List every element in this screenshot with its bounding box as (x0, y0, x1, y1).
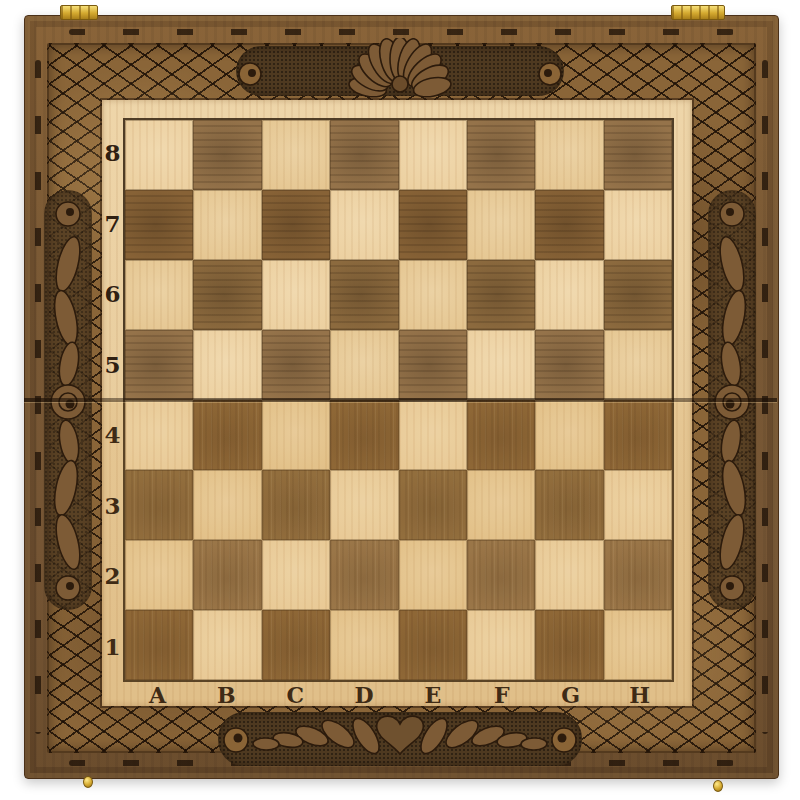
file-label-g: G (536, 683, 605, 707)
rank-label-7: 7 (102, 189, 123, 260)
square-d6[interactable] (330, 260, 398, 330)
rank-label-6: 6 (102, 259, 123, 330)
square-e5[interactable] (399, 330, 467, 400)
square-g1[interactable] (535, 610, 603, 680)
rank-label-5: 5 (102, 330, 123, 401)
square-a1[interactable] (125, 610, 193, 680)
square-e3[interactable] (399, 470, 467, 540)
border-dash-motif-top (69, 29, 734, 35)
square-a6[interactable] (125, 260, 193, 330)
square-a3[interactable] (125, 470, 193, 540)
square-f5[interactable] (467, 330, 535, 400)
square-f6[interactable] (467, 260, 535, 330)
square-g2[interactable] (535, 540, 603, 610)
square-h1[interactable] (604, 610, 672, 680)
file-label-c: C (261, 683, 330, 707)
square-d5[interactable] (330, 330, 398, 400)
square-e8[interactable] (399, 120, 467, 190)
square-a8[interactable] (125, 120, 193, 190)
chess-board: 87654321 ABCDEFGH (102, 100, 692, 706)
square-h7[interactable] (604, 190, 672, 260)
brass-foot-left (83, 776, 93, 788)
border-dash-motif-left (35, 60, 41, 734)
square-e4[interactable] (399, 400, 467, 470)
square-b3[interactable] (193, 470, 261, 540)
square-c7[interactable] (262, 190, 330, 260)
file-label-a: A (123, 683, 192, 707)
square-c1[interactable] (262, 610, 330, 680)
square-b7[interactable] (193, 190, 261, 260)
square-b1[interactable] (193, 610, 261, 680)
square-a2[interactable] (125, 540, 193, 610)
square-g5[interactable] (535, 330, 603, 400)
square-d1[interactable] (330, 610, 398, 680)
chess-case-photo: 87654321 ABCDEFGH (0, 0, 800, 800)
file-label-h: H (605, 683, 674, 707)
square-c8[interactable] (262, 120, 330, 190)
square-g8[interactable] (535, 120, 603, 190)
square-h8[interactable] (604, 120, 672, 190)
square-g6[interactable] (535, 260, 603, 330)
square-b8[interactable] (193, 120, 261, 190)
file-label-d: D (330, 683, 399, 707)
square-d4[interactable] (330, 400, 398, 470)
square-d2[interactable] (330, 540, 398, 610)
rank-label-2: 2 (102, 541, 123, 612)
border-dash-motif-right (762, 60, 768, 734)
square-c5[interactable] (262, 330, 330, 400)
square-f7[interactable] (467, 190, 535, 260)
square-c2[interactable] (262, 540, 330, 610)
rank-label-4: 4 (102, 400, 123, 471)
square-g3[interactable] (535, 470, 603, 540)
square-d7[interactable] (330, 190, 398, 260)
square-e6[interactable] (399, 260, 467, 330)
square-c3[interactable] (262, 470, 330, 540)
square-a5[interactable] (125, 330, 193, 400)
square-c6[interactable] (262, 260, 330, 330)
square-d8[interactable] (330, 120, 398, 190)
stipple-ground-top (236, 46, 564, 96)
square-h3[interactable] (604, 470, 672, 540)
square-f4[interactable] (467, 400, 535, 470)
file-label-b: B (192, 683, 261, 707)
stipple-ground-bottom (218, 712, 582, 766)
square-c4[interactable] (262, 400, 330, 470)
square-b2[interactable] (193, 540, 261, 610)
square-g4[interactable] (535, 400, 603, 470)
square-a7[interactable] (125, 190, 193, 260)
square-h4[interactable] (604, 400, 672, 470)
brass-foot-right (713, 780, 723, 792)
square-b6[interactable] (193, 260, 261, 330)
rank-label-1: 1 (102, 612, 123, 683)
square-h6[interactable] (604, 260, 672, 330)
square-f1[interactable] (467, 610, 535, 680)
square-f2[interactable] (467, 540, 535, 610)
square-f3[interactable] (467, 470, 535, 540)
fold-seam-highlight (24, 402, 777, 403)
square-b4[interactable] (193, 400, 261, 470)
square-d3[interactable] (330, 470, 398, 540)
hinge-left (60, 5, 98, 20)
square-h5[interactable] (604, 330, 672, 400)
rank-label-8: 8 (102, 118, 123, 189)
file-label-f: F (467, 683, 536, 707)
file-label-e: E (399, 683, 468, 707)
square-e2[interactable] (399, 540, 467, 610)
rank-label-3: 3 (102, 471, 123, 542)
square-b5[interactable] (193, 330, 261, 400)
square-e1[interactable] (399, 610, 467, 680)
hinge-right (671, 5, 725, 20)
square-a4[interactable] (125, 400, 193, 470)
square-g7[interactable] (535, 190, 603, 260)
square-f8[interactable] (467, 120, 535, 190)
square-e7[interactable] (399, 190, 467, 260)
square-h2[interactable] (604, 540, 672, 610)
